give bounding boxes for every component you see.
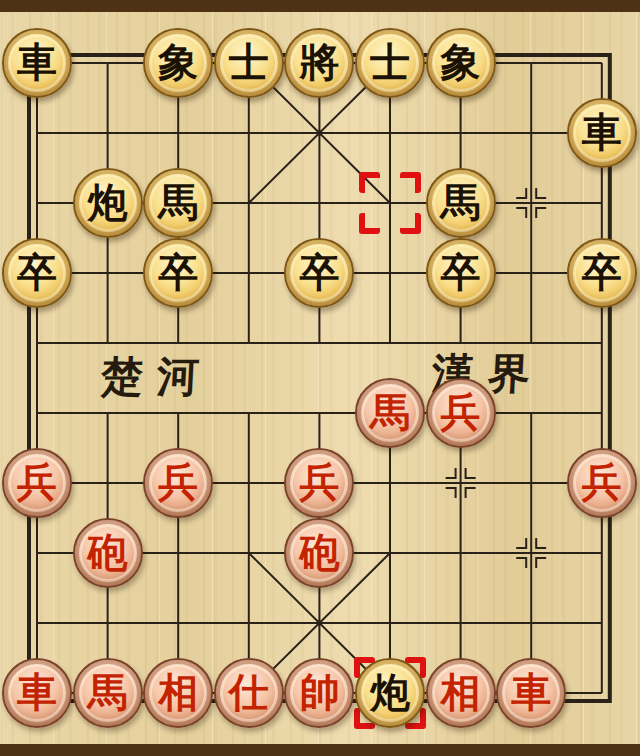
piece-glyph: 象 xyxy=(158,42,198,82)
piece-black-advisor[interactable]: 士 xyxy=(214,28,284,98)
piece-black-elephant[interactable]: 象 xyxy=(143,28,213,98)
piece-glyph: 車 xyxy=(17,672,57,712)
piece-glyph: 相 xyxy=(441,672,481,712)
piece-glyph: 卒 xyxy=(582,252,622,292)
piece-black-cannon[interactable]: 炮 xyxy=(73,168,143,238)
piece-glyph: 兵 xyxy=(582,462,622,502)
piece-glyph: 砲 xyxy=(88,532,128,572)
piece-glyph: 象 xyxy=(441,42,481,82)
piece-glyph: 車 xyxy=(17,42,57,82)
piece-black-elephant[interactable]: 象 xyxy=(426,28,496,98)
piece-black-soldier[interactable]: 卒 xyxy=(143,238,213,308)
piece-black-chariot[interactable]: 車 xyxy=(567,98,637,168)
piece-glyph: 兵 xyxy=(441,392,481,432)
piece-red-soldier[interactable]: 兵 xyxy=(426,378,496,448)
piece-glyph: 車 xyxy=(511,672,551,712)
piece-red-horse[interactable]: 馬 xyxy=(73,658,143,728)
piece-glyph: 馬 xyxy=(441,182,481,222)
piece-glyph: 仕 xyxy=(229,672,269,712)
piece-glyph: 卒 xyxy=(299,252,339,292)
piece-glyph: 車 xyxy=(582,112,622,152)
piece-black-advisor[interactable]: 士 xyxy=(355,28,425,98)
piece-glyph: 馬 xyxy=(370,392,410,432)
piece-red-soldier[interactable]: 兵 xyxy=(2,448,72,518)
piece-black-horse[interactable]: 馬 xyxy=(426,168,496,238)
xiangqi-app: 楚河 漢界 車象士將士象車炮馬馬卒卒卒卒卒馬兵兵兵兵兵砲砲車馬相仕帥炮相車 xyxy=(0,0,640,756)
piece-red-cannon[interactable]: 砲 xyxy=(73,518,143,588)
last-move-origin-marker xyxy=(359,172,421,234)
decorative-stud-bar-bottom xyxy=(0,744,640,756)
piece-glyph: 帥 xyxy=(299,672,339,712)
piece-red-chariot[interactable]: 車 xyxy=(2,658,72,728)
piece-red-elephant[interactable]: 相 xyxy=(426,658,496,728)
piece-glyph: 馬 xyxy=(88,672,128,712)
marker-corner xyxy=(400,213,421,234)
piece-glyph: 兵 xyxy=(17,462,57,502)
piece-black-soldier[interactable]: 卒 xyxy=(2,238,72,308)
piece-black-soldier[interactable]: 卒 xyxy=(426,238,496,308)
piece-glyph: 士 xyxy=(370,42,410,82)
piece-glyph: 炮 xyxy=(88,182,128,222)
marker-corner xyxy=(400,172,421,193)
board-grid xyxy=(0,0,640,756)
piece-glyph: 將 xyxy=(299,42,339,82)
marker-corner xyxy=(359,172,380,193)
piece-red-soldier[interactable]: 兵 xyxy=(143,448,213,518)
marker-corner xyxy=(359,213,380,234)
piece-red-general[interactable]: 帥 xyxy=(284,658,354,728)
piece-glyph: 兵 xyxy=(158,462,198,502)
piece-glyph: 砲 xyxy=(299,532,339,572)
piece-red-elephant[interactable]: 相 xyxy=(143,658,213,728)
piece-black-soldier[interactable]: 卒 xyxy=(284,238,354,308)
piece-black-cannon[interactable]: 炮 xyxy=(355,658,425,728)
piece-glyph: 兵 xyxy=(299,462,339,502)
piece-red-cannon[interactable]: 砲 xyxy=(284,518,354,588)
piece-red-soldier[interactable]: 兵 xyxy=(567,448,637,518)
decorative-stud-bar-top xyxy=(0,0,640,12)
piece-glyph: 卒 xyxy=(158,252,198,292)
river-label-chu-he: 楚河 xyxy=(100,356,214,398)
piece-red-advisor[interactable]: 仕 xyxy=(214,658,284,728)
piece-glyph: 相 xyxy=(158,672,198,712)
piece-glyph: 士 xyxy=(229,42,269,82)
piece-red-chariot[interactable]: 車 xyxy=(496,658,566,728)
piece-glyph: 卒 xyxy=(441,252,481,292)
piece-red-horse[interactable]: 馬 xyxy=(355,378,425,448)
piece-red-soldier[interactable]: 兵 xyxy=(284,448,354,518)
piece-black-chariot[interactable]: 車 xyxy=(2,28,72,98)
piece-glyph: 炮 xyxy=(370,672,410,712)
piece-black-horse[interactable]: 馬 xyxy=(143,168,213,238)
piece-black-general[interactable]: 將 xyxy=(284,28,354,98)
piece-glyph: 馬 xyxy=(158,182,198,222)
piece-glyph: 卒 xyxy=(17,252,57,292)
piece-black-soldier[interactable]: 卒 xyxy=(567,238,637,308)
